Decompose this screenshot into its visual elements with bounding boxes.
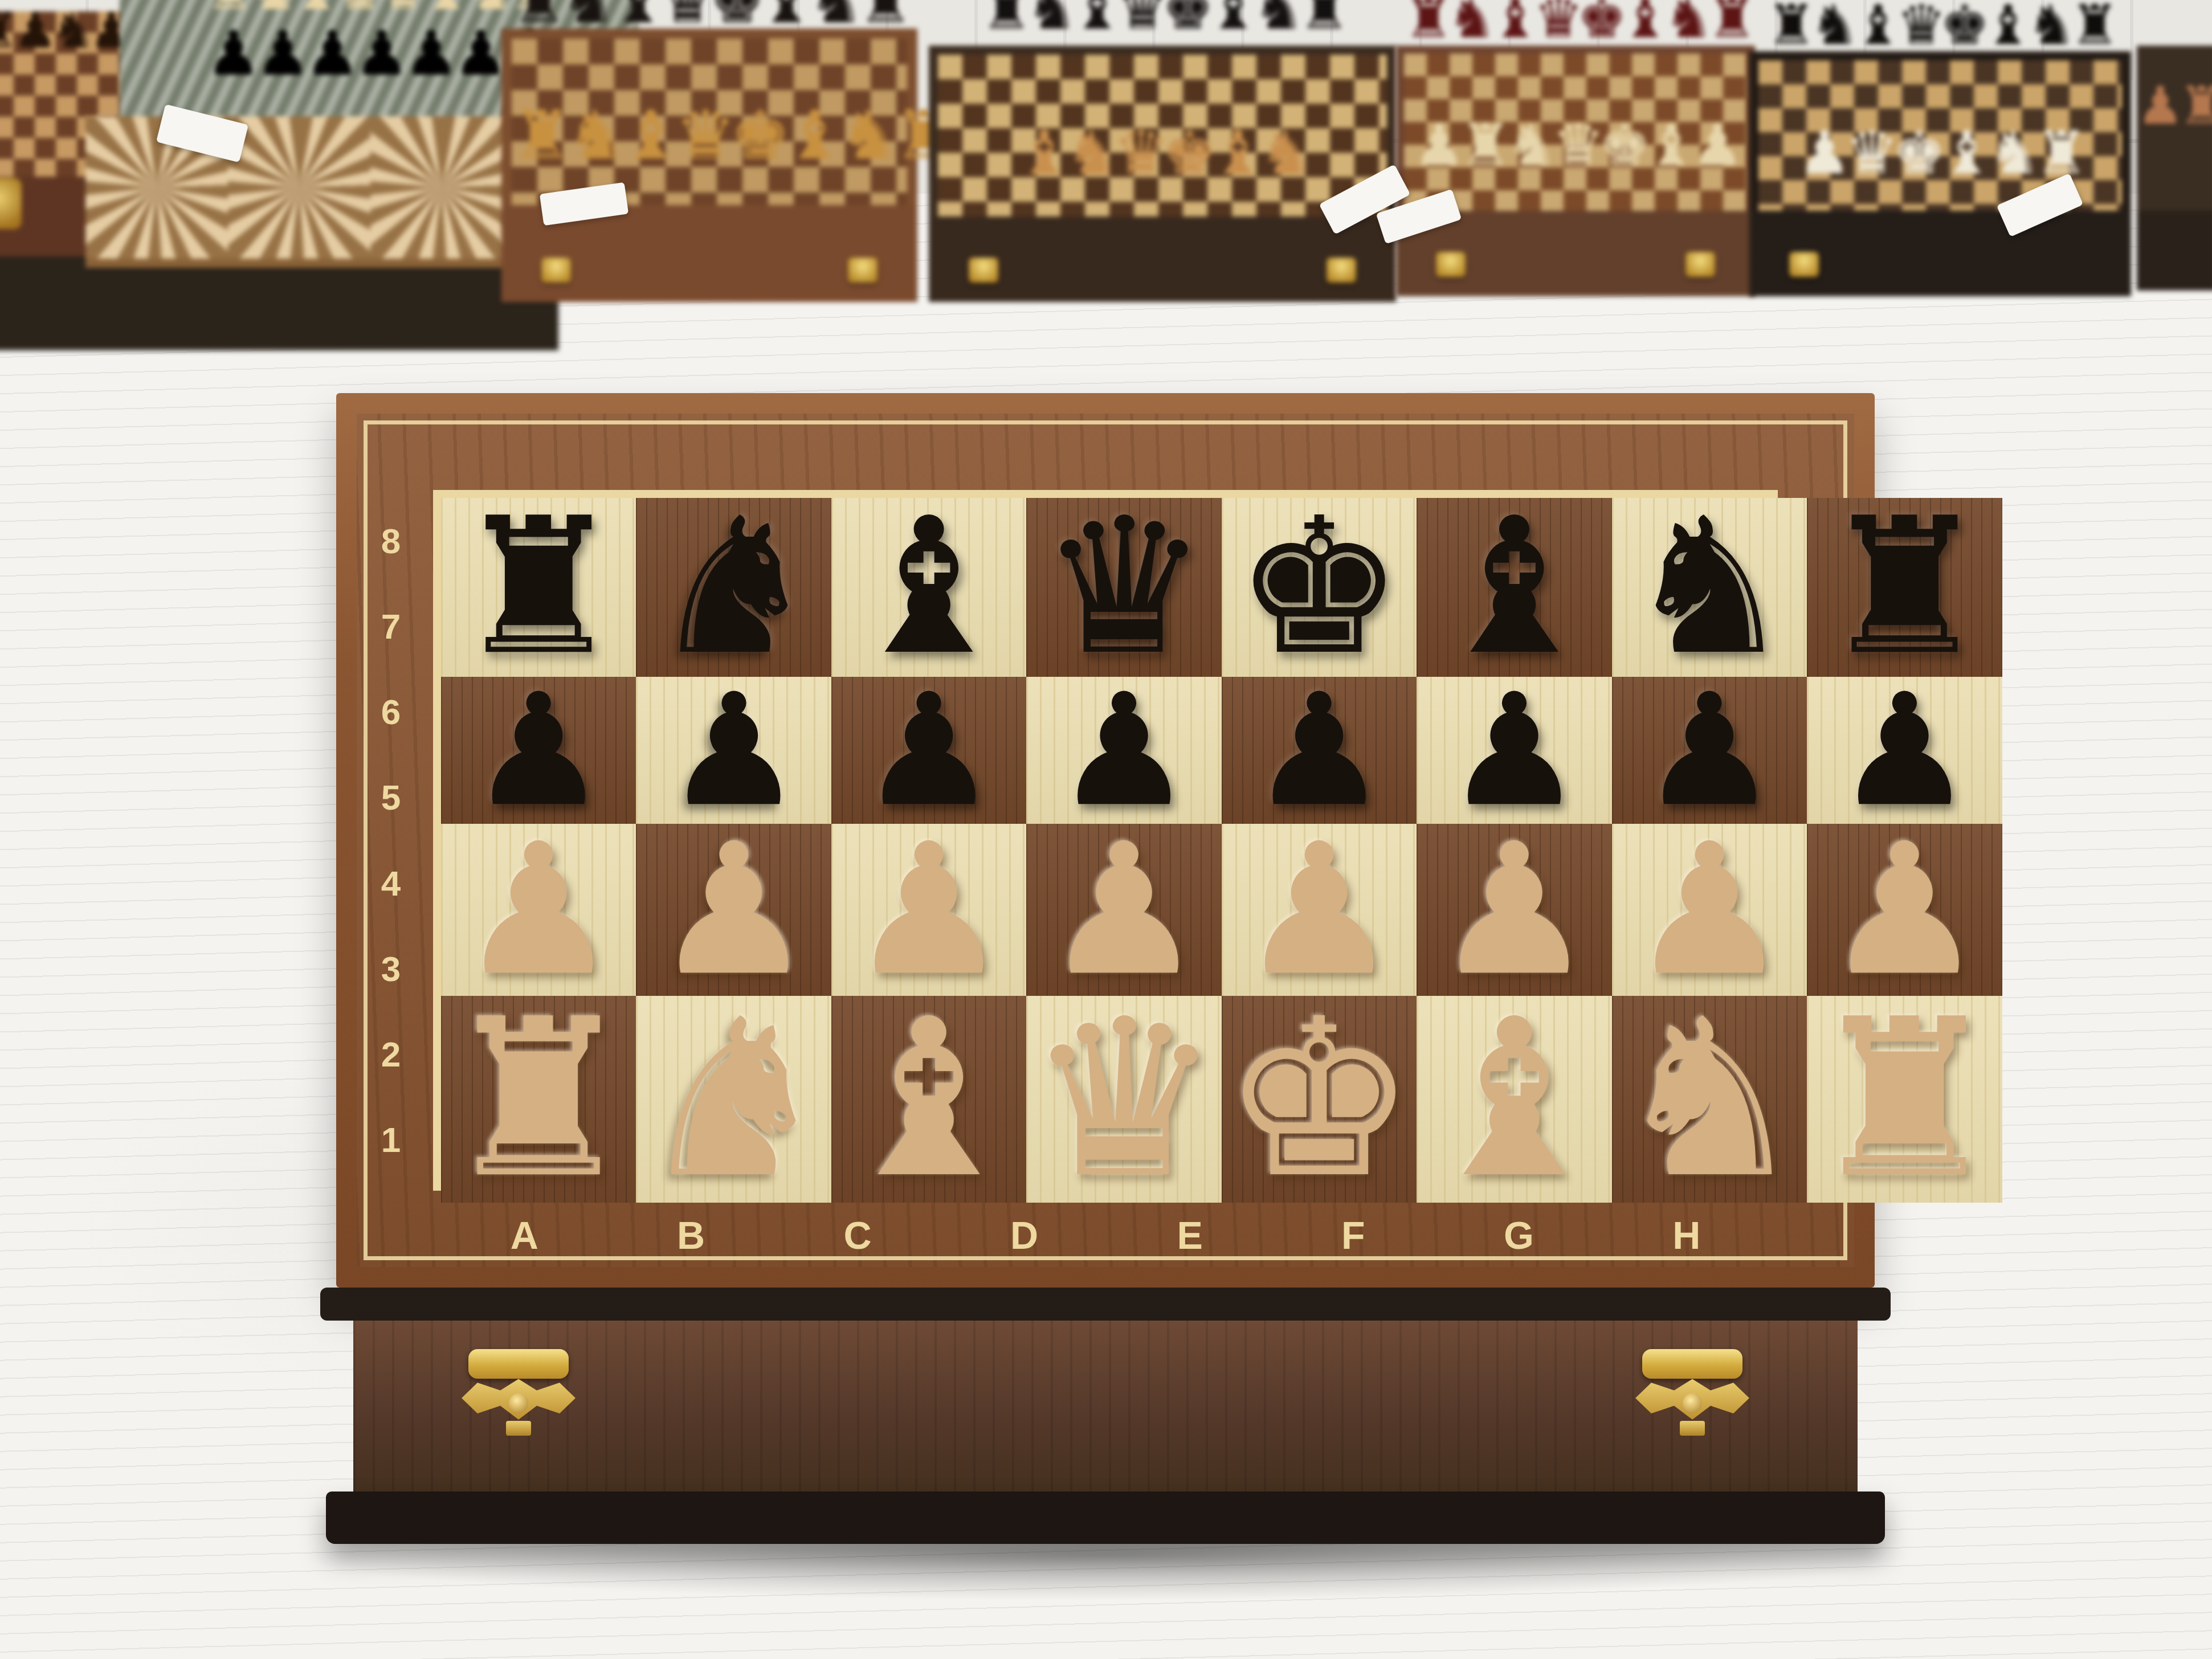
chess-board: ♜♞♝♛♚♝♞♜♟♟♟♟♟♟♟♟♟♟♟♟♟♟♟♟♜♞♝♛♚♝♞♜ (433, 490, 1778, 1191)
square-h1[interactable]: ♜ (1807, 996, 2002, 1203)
square-f1[interactable]: ♝ (1417, 996, 1611, 1203)
latch-knob (509, 1394, 528, 1413)
piece-black-pawn-c7[interactable]: ♟ (859, 677, 998, 824)
piece-white-pawn-g2[interactable]: ♟ (1629, 824, 1791, 996)
piece-white-knight-b1[interactable]: ♞ (636, 996, 831, 1203)
square-d2[interactable]: ♟ (1026, 824, 1221, 996)
square-e7[interactable]: ♟ (1222, 677, 1417, 824)
background-pieces-far: ♜♞♝♛♚♝♞♜ (512, 0, 907, 32)
square-h2[interactable]: ♟ (1807, 824, 2002, 996)
square-e1[interactable]: ♚ (1222, 996, 1417, 1203)
piece-white-bishop-c1[interactable]: ♝ (831, 996, 1026, 1203)
square-g1[interactable]: ♞ (1612, 996, 1807, 1203)
piece-white-rook-a1[interactable]: ♜ (441, 996, 636, 1203)
box-base-molding (326, 1492, 1885, 1544)
piece-white-pawn-f2[interactable]: ♟ (1433, 824, 1595, 996)
background-pieces-far: ♜♞♝♛♚♝♞♜ (938, 0, 1387, 38)
rank-label-left-7: 7 (381, 606, 401, 647)
brass-latch-icon (1436, 252, 1466, 277)
square-b2[interactable]: ♟ (636, 824, 831, 996)
rank-label-left-8: 8 (381, 521, 401, 561)
rank-label-left-4: 4 (381, 863, 401, 904)
piece-black-knight-g8[interactable]: ♞ (1625, 498, 1794, 677)
brass-latch-icon (1789, 252, 1819, 277)
piece-black-rook-a8[interactable]: ♜ (454, 498, 623, 677)
piece-black-pawn-f7[interactable]: ♟ (1445, 677, 1584, 824)
background-pieces-far: ♜♞♝♛♚♝♞♜ (1758, 0, 2122, 52)
piece-black-bishop-f8[interactable]: ♝ (1430, 498, 1599, 677)
brass-latch-icon (1685, 252, 1715, 277)
background-pieces-near: ♝♞♛♚♝♞ (938, 123, 1387, 183)
latch-bar (468, 1349, 569, 1379)
square-a7[interactable]: ♟ (441, 677, 636, 824)
piece-black-knight-b8[interactable]: ♞ (650, 498, 818, 677)
background-set-walnut: ♜♞♝♛♚♝♞♜ ♜♞♝♛♚♝♞♜ (501, 0, 917, 302)
box-front-panel (353, 1321, 1858, 1492)
piece-black-pawn-g7[interactable]: ♟ (1640, 677, 1779, 824)
square-b7[interactable]: ♟ (636, 677, 831, 824)
piece-white-pawn-b2[interactable]: ♟ (652, 824, 815, 996)
background-set-red-cream: ♜♞♝♛♚♝♞♜ ♟♜♞♛♚♝♟ (1396, 11, 1755, 296)
piece-black-bishop-c8[interactable]: ♝ (844, 498, 1013, 677)
background-pieces-near: ♟♜♞♛♚♝♟ (1404, 116, 1747, 174)
background-box-front (929, 216, 1396, 302)
square-a1[interactable]: ♜ (441, 996, 636, 1203)
piece-white-bishop-f1[interactable]: ♝ (1417, 996, 1611, 1203)
square-f2[interactable]: ♟ (1417, 824, 1611, 996)
chess-box: ♜♞♝♛♚♝♞♜♟♟♟♟♟♟♟♟♟♟♟♟♟♟♟♟♜♞♝♛♚♝♞♜ 8765432… (336, 393, 1875, 1544)
square-e8[interactable]: ♚ (1222, 498, 1417, 677)
brass-ornament-icon (0, 178, 22, 229)
piece-white-pawn-e2[interactable]: ♟ (1238, 824, 1401, 996)
piece-white-knight-g1[interactable]: ♞ (1612, 996, 1807, 1203)
square-g8[interactable]: ♞ (1612, 498, 1807, 677)
piece-white-king-e1[interactable]: ♚ (1222, 996, 1417, 1203)
board-lid: ♜♞♝♛♚♝♞♜♟♟♟♟♟♟♟♟♟♟♟♟♟♟♟♟♜♞♝♛♚♝♞♜ 8765432… (336, 393, 1875, 1288)
piece-white-pawn-c2[interactable]: ♟ (848, 824, 1010, 996)
piece-black-king-e8[interactable]: ♚ (1235, 498, 1403, 677)
square-a8[interactable]: ♜ (441, 498, 636, 677)
piece-white-pawn-h2[interactable]: ♟ (1823, 824, 1986, 996)
square-b1[interactable]: ♞ (636, 996, 831, 1203)
piece-black-pawn-b7[interactable]: ♟ (664, 677, 803, 824)
square-c1[interactable]: ♝ (831, 996, 1026, 1203)
brass-latch-icon (969, 258, 998, 283)
square-d1[interactable]: ♛ (1026, 996, 1221, 1203)
square-g2[interactable]: ♟ (1612, 824, 1807, 996)
chess-shop-scene: ♜♟♞♟ ♜♞♝♚♛♝♞♜ ♟♟♟♟♟♟♟ ♜♞♝♛♚♝♞♜ ♜♞♝♛♚♝♞♜ … (0, 0, 2212, 1659)
brass-latch-icon (541, 258, 571, 283)
piece-black-queen-d8[interactable]: ♛ (1040, 498, 1209, 677)
latch-tab (1680, 1421, 1705, 1436)
background-board: ♟♜ (2137, 46, 2212, 216)
latch-knob (1683, 1394, 1702, 1413)
piece-white-queen-d1[interactable]: ♛ (1026, 996, 1221, 1203)
background-box-front (1396, 211, 1755, 296)
piece-black-pawn-d7[interactable]: ♟ (1055, 677, 1194, 824)
piece-black-pawn-a7[interactable]: ♟ (469, 677, 608, 824)
rank-labels-left: 87654321 (368, 498, 414, 1183)
brass-latch-left[interactable] (462, 1349, 576, 1440)
background-set-far-right: ♟♜ (2137, 46, 2212, 291)
square-g7[interactable]: ♟ (1612, 677, 1807, 824)
square-f7[interactable]: ♟ (1417, 677, 1611, 824)
background-box-front (2137, 211, 2212, 291)
brass-latch-right[interactable] (1635, 1349, 1749, 1440)
rank-label-left-3: 3 (381, 949, 401, 989)
piece-black-rook-h8[interactable]: ♜ (1821, 498, 1989, 677)
square-f8[interactable]: ♝ (1417, 498, 1611, 677)
square-b8[interactable]: ♞ (636, 498, 831, 677)
rank-label-left-5: 5 (381, 777, 401, 818)
piece-black-pawn-e7[interactable]: ♟ (1250, 677, 1389, 824)
box-top-molding (320, 1288, 1891, 1321)
background-box-front (1749, 211, 2131, 296)
piece-white-pawn-d2[interactable]: ♟ (1043, 824, 1205, 996)
brass-latch-icon (1327, 258, 1356, 283)
piece-white-pawn-a2[interactable]: ♟ (458, 824, 620, 996)
square-c8[interactable]: ♝ (831, 498, 1026, 677)
square-a2[interactable]: ♟ (441, 824, 636, 996)
brass-latch-icon (848, 258, 878, 283)
background-pieces-near: ♟♛♚♝♞♜ (1758, 123, 2122, 182)
piece-black-pawn-h7[interactable]: ♟ (1835, 677, 1974, 824)
rank-label-left-2: 2 (381, 1034, 401, 1074)
square-d7[interactable]: ♟ (1026, 677, 1221, 824)
latch-tab (506, 1421, 531, 1436)
background-pieces-near: ♜♞♝♛♚♝♞♜ (512, 101, 907, 169)
background-set-black-box: ♜♞♝♛♚♝♞♜ ♟♛♚♝♞♜ (1749, 17, 2131, 296)
latch-bar (1642, 1349, 1742, 1379)
background-pieces: ♟♜ (2137, 80, 2212, 132)
piece-white-rook-h1[interactable]: ♜ (1807, 996, 2002, 1203)
square-d8[interactable]: ♛ (1026, 498, 1221, 677)
square-h7[interactable]: ♟ (1807, 677, 2002, 824)
square-e2[interactable]: ♟ (1222, 824, 1417, 996)
square-c7[interactable]: ♟ (831, 677, 1026, 824)
square-h8[interactable]: ♜ (1807, 498, 2002, 677)
rank-label-left-6: 6 (381, 692, 401, 732)
background-set-espresso: ♜♞♝♛♚♝♞♜ ♝♞♛♚♝♞ (929, 6, 1396, 302)
background-pieces-far: ♜♞♝♛♚♝♞♜ (1404, 0, 1747, 46)
rank-label-left-1: 1 (381, 1119, 401, 1160)
square-c2[interactable]: ♟ (831, 824, 1026, 996)
